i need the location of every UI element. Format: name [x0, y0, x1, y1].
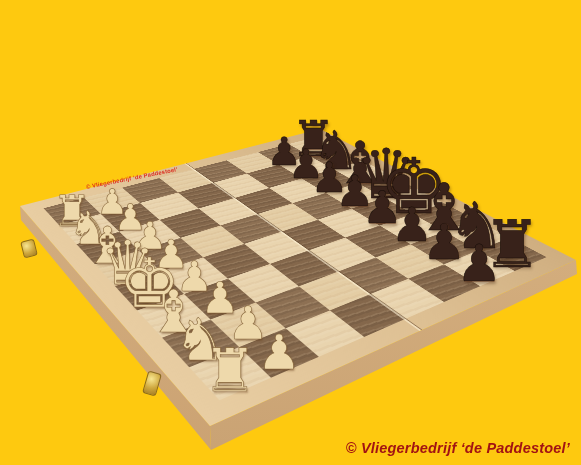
- brass-latch: [20, 239, 38, 259]
- product-photo-page: { "game": "chess", "position": { "fen": …: [0, 0, 581, 465]
- chess-board: [20, 129, 576, 426]
- photo-background: ♜♟♞♟♝♟♛♟♚♟♟♜♝♟♟♞♞♟♟♝♜♟♟♛♟♚♟♝♟♞♟♜ © Vlieg…: [0, 0, 581, 465]
- footer-copyright: © Vliegerbedrijf ‘de Paddestoel’: [346, 440, 570, 456]
- brass-hinge: [142, 371, 162, 397]
